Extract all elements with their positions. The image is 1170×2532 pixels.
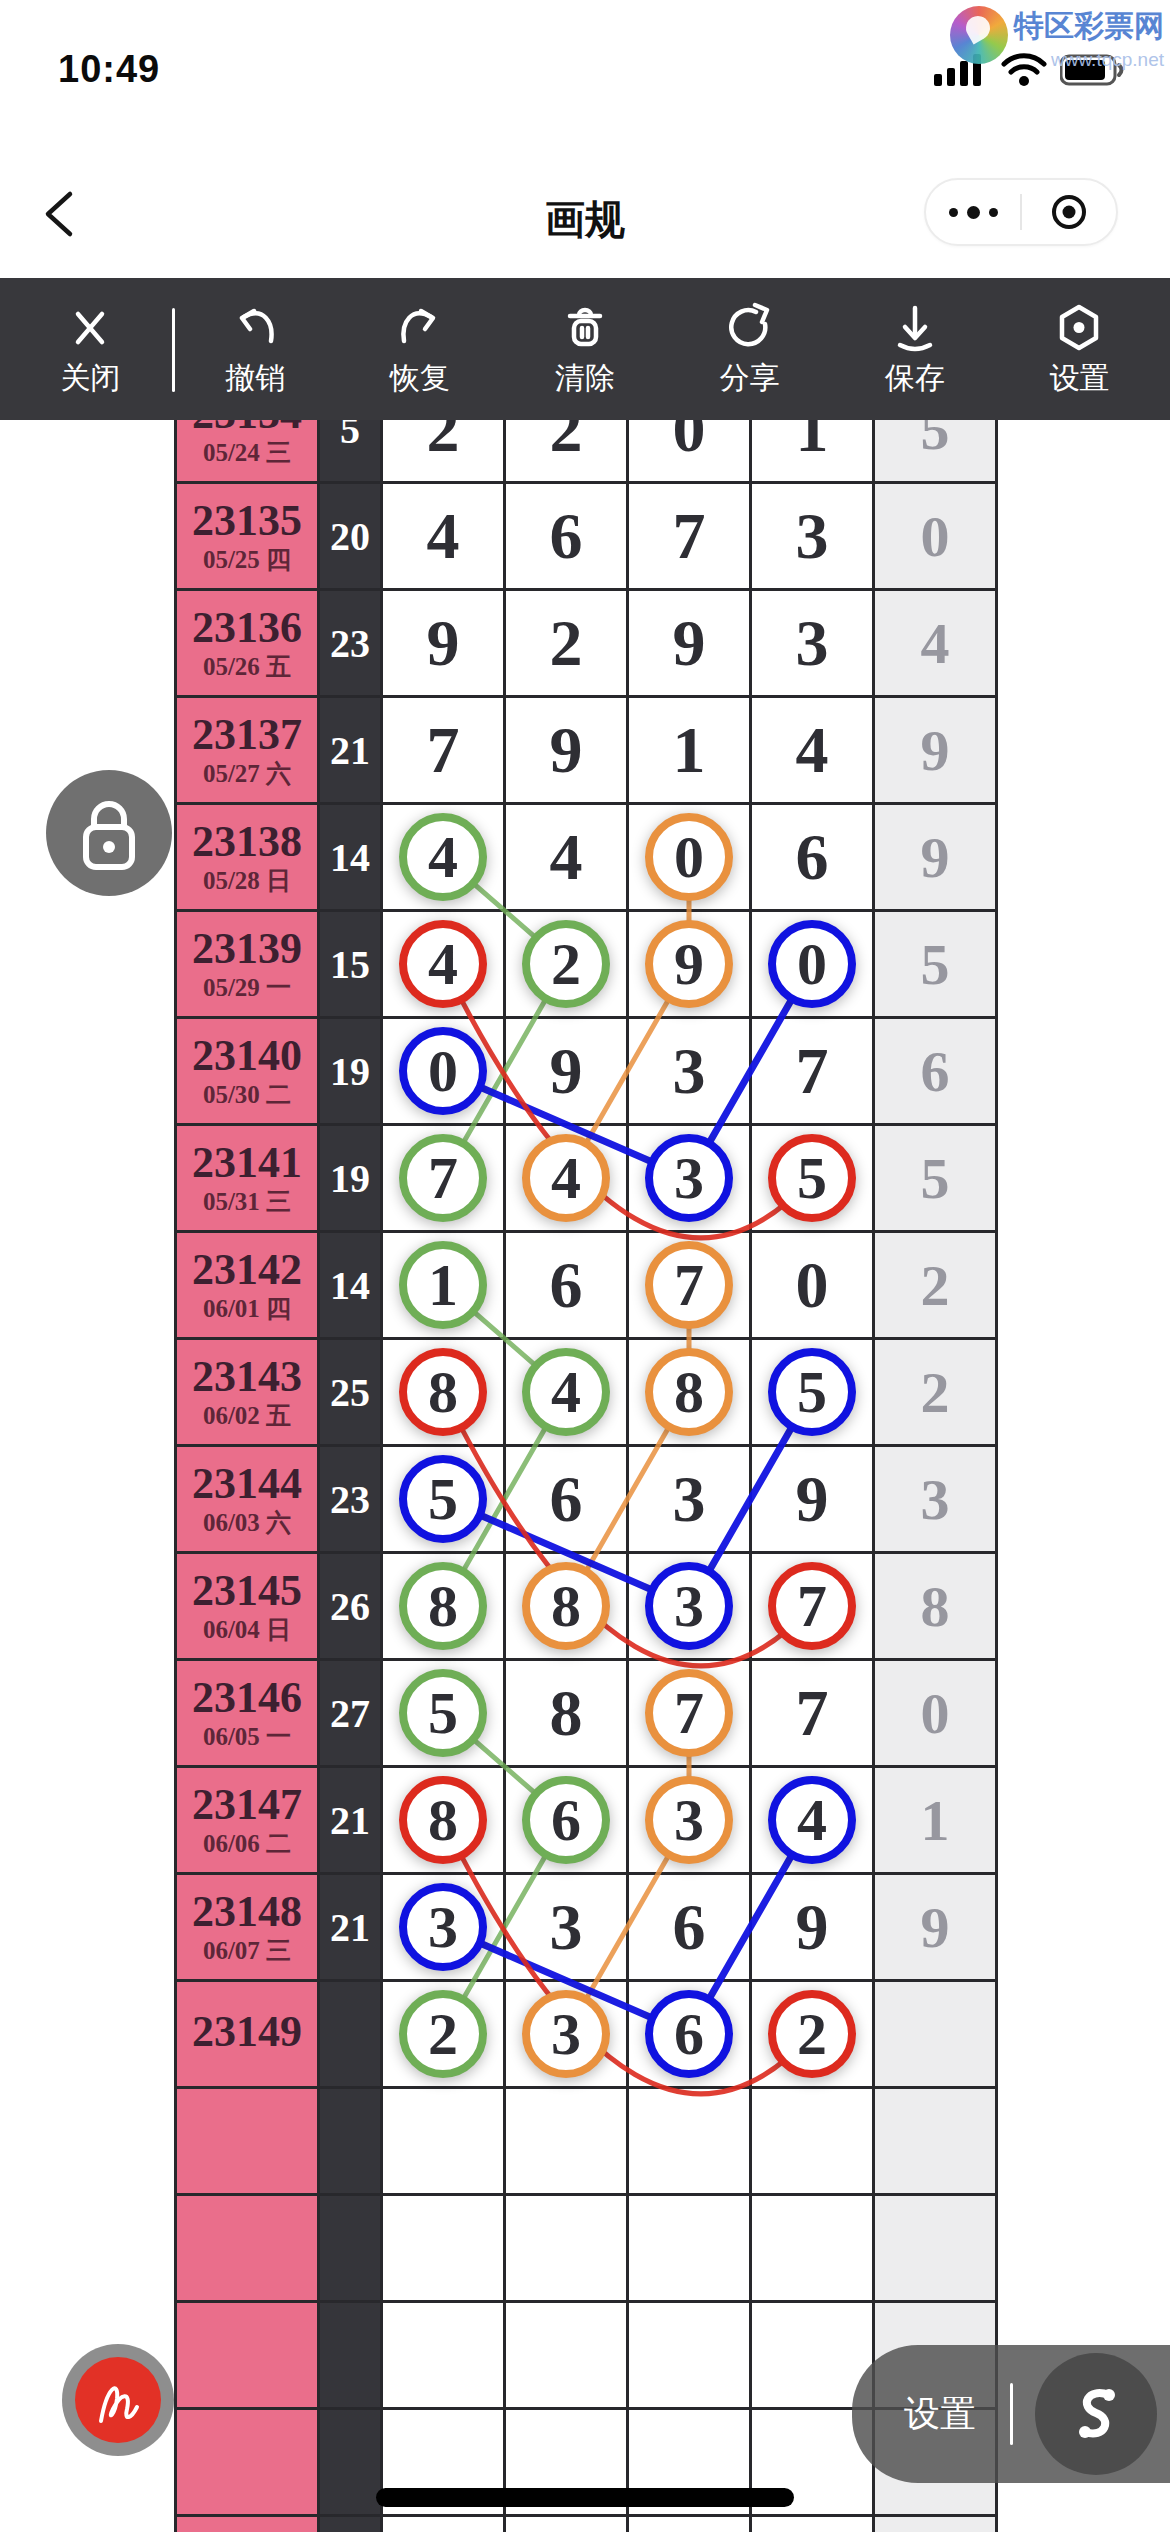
next-cell: [875, 1982, 995, 2086]
digit-cell[interactable]: 9: [506, 1019, 626, 1123]
green-circle-mark[interactable]: 6: [522, 1776, 610, 1864]
empty-issue-cell: [177, 2089, 317, 2193]
digit-cell[interactable]: 7: [629, 484, 749, 588]
green-circle-mark[interactable]: 2: [399, 1990, 487, 2078]
redo-button[interactable]: 恢复: [365, 300, 475, 399]
issue-cell-23145: 2314506/04 日: [177, 1554, 317, 1658]
orange-circle-mark[interactable]: 3: [522, 1990, 610, 2078]
sum-cell: 27: [320, 1661, 380, 1765]
empty-digit-cell[interactable]: [752, 2196, 872, 2300]
save-label: 保存: [885, 358, 945, 399]
share-icon: [722, 300, 778, 356]
green-circle-mark[interactable]: 1: [399, 1241, 487, 1329]
digit-cell[interactable]: 1: [383, 1233, 503, 1337]
red-circle-mark[interactable]: 4: [399, 920, 487, 1008]
issue-cell-23148: 2314806/07 三: [177, 1875, 317, 1979]
digit-cell[interactable]: 3: [506, 1982, 626, 2086]
toolbar-divider: [172, 308, 175, 392]
empty-digit-cell[interactable]: [506, 2517, 626, 2532]
empty-next-cell: [875, 2089, 995, 2193]
next-cell: 5: [875, 1126, 995, 1230]
digit-cell[interactable]: 6: [506, 1768, 626, 1872]
issue-date: 06/05 一: [203, 1724, 291, 1750]
empty-digit-cell[interactable]: [629, 2303, 749, 2407]
sum-cell: 25: [320, 1340, 380, 1444]
next-cell: 3: [875, 1447, 995, 1551]
issue-cell-23137: 2313705/27 六: [177, 698, 317, 802]
digit-cell[interactable]: 0: [752, 912, 872, 1016]
blue-circle-mark[interactable]: 5: [399, 1455, 487, 1543]
status-time: 10:49: [58, 48, 160, 91]
digit-cell[interactable]: 3: [752, 591, 872, 695]
undo-label: 撤销: [225, 358, 285, 399]
next-cell: 4: [875, 591, 995, 695]
digit-cell[interactable]: 7: [629, 1233, 749, 1337]
digit-cell[interactable]: 8: [506, 1554, 626, 1658]
empty-digit-cell[interactable]: [752, 2517, 872, 2532]
app-logo-button[interactable]: [1035, 2353, 1157, 2475]
redo-label: 恢复: [390, 358, 450, 399]
digit-cell[interactable]: 8: [383, 1768, 503, 1872]
empty-digit-cell[interactable]: [383, 2196, 503, 2300]
digit-cell[interactable]: 3: [506, 1875, 626, 1979]
blue-circle-mark[interactable]: 3: [645, 1134, 733, 1222]
digit-cell[interactable]: 3: [629, 1768, 749, 1872]
digit-cell[interactable]: 5: [383, 1447, 503, 1551]
digit-cell[interactable]: 4: [506, 805, 626, 909]
empty-issue-cell: [177, 2517, 317, 2532]
digit-cell[interactable]: 4: [383, 805, 503, 909]
issue-number: 23139: [192, 926, 302, 972]
blue-circle-mark[interactable]: 3: [645, 1562, 733, 1650]
digit-cell[interactable]: 3: [629, 1126, 749, 1230]
orange-circle-mark[interactable]: 8: [645, 1348, 733, 1436]
digit-cell[interactable]: 6: [629, 1982, 749, 2086]
digit-cell[interactable]: 4: [506, 1340, 626, 1444]
digit-cell[interactable]: 7: [752, 1661, 872, 1765]
issue-number: 23146: [192, 1675, 302, 1721]
sum-cell: 20: [320, 484, 380, 588]
clear-label: 清除: [555, 358, 615, 399]
sum-cell: 14: [320, 805, 380, 909]
next-cell: 1: [875, 1768, 995, 1872]
issue-date: 05/31 三: [203, 1189, 291, 1215]
issue-cell-23149: 23149: [177, 1982, 317, 2086]
undo-icon: [227, 300, 283, 356]
digit-cell[interactable]: 7: [383, 1126, 503, 1230]
digit-cell[interactable]: 8: [629, 1340, 749, 1444]
digit-cell[interactable]: 3: [752, 484, 872, 588]
orange-circle-mark[interactable]: 7: [645, 1241, 733, 1329]
digit-cell[interactable]: 2: [506, 912, 626, 1016]
s-logo-icon: [1061, 2379, 1131, 2449]
issue-number: 23140: [192, 1033, 302, 1079]
settings-icon: [1051, 300, 1107, 356]
save-icon: [887, 300, 943, 356]
blue-circle-mark[interactable]: 6: [645, 1990, 733, 2078]
empty-digit-cell[interactable]: [383, 2517, 503, 2532]
sum-cell: 14: [320, 1233, 380, 1337]
empty-digit-cell[interactable]: [506, 2196, 626, 2300]
site-url: www.tqcp.net: [1051, 49, 1164, 71]
sum-cell: 21: [320, 698, 380, 802]
issue-number: 23148: [192, 1889, 302, 1935]
issue-number: 23144: [192, 1461, 302, 1507]
issue-number: 23141: [192, 1140, 302, 1186]
issue-number: 23135: [192, 498, 302, 544]
next-cell: 0: [875, 1661, 995, 1765]
issue-cell-23138: 2313805/28 日: [177, 805, 317, 909]
settings-button[interactable]: 设置: [1024, 300, 1134, 399]
empty-digit-cell[interactable]: [629, 2089, 749, 2193]
digit-cell[interactable]: 5: [383, 1661, 503, 1765]
digit-cell[interactable]: 2: [383, 1982, 503, 2086]
blue-circle-mark[interactable]: 3: [399, 1883, 487, 1971]
bottom-settings-button[interactable]: 设置: [904, 2390, 976, 2439]
issue-date: 05/28 日: [203, 868, 291, 894]
empty-sum-cell: [320, 2196, 380, 2300]
digit-cell[interactable]: 7: [383, 698, 503, 802]
issue-number: 23136: [192, 605, 302, 651]
digit-cell[interactable]: 9: [752, 1875, 872, 1979]
digit-cell[interactable]: 8: [506, 1661, 626, 1765]
issue-number: 23147: [192, 1782, 302, 1828]
sum-cell: 23: [320, 591, 380, 695]
red-circle-mark[interactable]: 5: [768, 1134, 856, 1222]
next-cell: 6: [875, 1019, 995, 1123]
issue-date: 05/25 四: [203, 547, 291, 573]
issue-date: 06/02 五: [203, 1403, 291, 1429]
issue-date: 06/01 四: [203, 1296, 291, 1322]
miniprogram-capsule: [924, 178, 1118, 246]
digit-cell[interactable]: 6: [506, 1233, 626, 1337]
empty-issue-cell: [177, 2303, 317, 2407]
digit-cell[interactable]: 3: [629, 1019, 749, 1123]
digit-cell[interactable]: 9: [629, 912, 749, 1016]
issue-number: 23143: [192, 1354, 302, 1400]
share-label: 分享: [720, 358, 780, 399]
green-circle-mark[interactable]: 7: [399, 1134, 487, 1222]
issue-date: 05/24 三: [203, 440, 291, 466]
orange-circle-mark[interactable]: 9: [645, 920, 733, 1008]
orange-circle-mark[interactable]: 7: [645, 1669, 733, 1757]
orange-circle-mark[interactable]: 3: [645, 1776, 733, 1864]
blue-circle-mark[interactable]: 0: [768, 920, 856, 1008]
digit-cell[interactable]: 9: [629, 591, 749, 695]
blue-circle-mark[interactable]: 0: [399, 1027, 487, 1115]
digit-cell[interactable]: 2: [752, 1982, 872, 2086]
orange-circle-mark[interactable]: 0: [645, 813, 733, 901]
empty-digit-cell[interactable]: [629, 2196, 749, 2300]
target-circle-icon: [1047, 190, 1091, 234]
digit-cell[interactable]: 7: [629, 1661, 749, 1765]
save-button[interactable]: 保存: [860, 300, 970, 399]
green-circle-mark[interactable]: 8: [399, 1562, 487, 1650]
lock-icon: [72, 793, 146, 873]
site-name: 特区彩票网: [1014, 6, 1164, 47]
pen-button-inner: [75, 2357, 161, 2443]
issue-cell-23136: 2313605/26 五: [177, 591, 317, 695]
issue-date: 06/03 六: [203, 1510, 291, 1536]
issue-date: 05/29 一: [203, 975, 291, 1001]
issue-date: 05/30 二: [203, 1082, 291, 1108]
sum-cell: [320, 1982, 380, 2086]
issue-number: 23145: [192, 1568, 302, 1614]
red-circle-mark[interactable]: 7: [768, 1562, 856, 1650]
digit-cell[interactable]: 7: [752, 1019, 872, 1123]
issue-number: 23137: [192, 712, 302, 758]
red-circle-mark[interactable]: 8: [399, 1776, 487, 1864]
red-circle-mark[interactable]: 8: [399, 1348, 487, 1436]
issue-cell-23139: 2313905/29 一: [177, 912, 317, 1016]
site-watermark: 特区彩票网 www.tqcp.net: [950, 6, 1164, 71]
digit-cell[interactable]: 6: [506, 1447, 626, 1551]
empty-sum-cell: [320, 2303, 380, 2407]
issue-number: 23149: [192, 2009, 302, 2055]
digit-cell[interactable]: 4: [506, 1126, 626, 1230]
next-cell: 2: [875, 1233, 995, 1337]
issue-date: 05/26 五: [203, 654, 291, 680]
next-cell: 9: [875, 805, 995, 909]
clear-button[interactable]: 清除: [530, 300, 640, 399]
issue-cell-23135: 2313505/25 四: [177, 484, 317, 588]
issue-date: 06/06 二: [203, 1831, 291, 1857]
minimize-button[interactable]: [1022, 180, 1116, 244]
digit-cell[interactable]: 7: [752, 1554, 872, 1658]
orange-circle-mark[interactable]: 4: [522, 1134, 610, 1222]
empty-sum-cell: [320, 2517, 380, 2532]
digit-cell[interactable]: 3: [383, 1875, 503, 1979]
next-cell: 2: [875, 1340, 995, 1444]
digit-cell[interactable]: 6: [752, 805, 872, 909]
green-circle-mark[interactable]: 4: [399, 813, 487, 901]
digit-cell[interactable]: 3: [629, 1447, 749, 1551]
digit-cell[interactable]: 5: [752, 1340, 872, 1444]
sum-cell: 15: [320, 912, 380, 1016]
issue-cell-23144: 2314406/03 六: [177, 1447, 317, 1551]
digit-cell[interactable]: 5: [752, 1126, 872, 1230]
issue-cell-23143: 2314306/02 五: [177, 1340, 317, 1444]
issue-date: 06/04 日: [203, 1617, 291, 1643]
pill-divider: [1010, 2383, 1013, 2445]
sum-cell: 21: [320, 1768, 380, 1872]
undo-button[interactable]: 撤销: [200, 300, 310, 399]
issue-cell-23141: 2314105/31 三: [177, 1126, 317, 1230]
digit-cell[interactable]: 0: [752, 1233, 872, 1337]
draw-pen-button[interactable]: [62, 2344, 174, 2456]
blue-circle-mark[interactable]: 4: [768, 1776, 856, 1864]
more-button[interactable]: [926, 180, 1020, 244]
digit-cell[interactable]: 8: [383, 1340, 503, 1444]
clear-icon: [557, 300, 613, 356]
digit-cell[interactable]: 4: [383, 912, 503, 1016]
empty-digit-cell[interactable]: [752, 2089, 872, 2193]
issue-number: 23142: [192, 1247, 302, 1293]
sum-cell: 23: [320, 1447, 380, 1551]
signature-pen-icon: [87, 2369, 149, 2431]
digit-cell[interactable]: 0: [383, 1019, 503, 1123]
lock-scroll-button[interactable]: [46, 770, 172, 896]
three-dots-icon: [949, 206, 998, 219]
next-cell: 9: [875, 698, 995, 802]
digit-cell[interactable]: 4: [752, 1768, 872, 1872]
next-cell: 0: [875, 484, 995, 588]
digit-cell[interactable]: 1: [629, 698, 749, 802]
issue-cell-23142: 2314206/01 四: [177, 1233, 317, 1337]
green-circle-mark[interactable]: 5: [399, 1669, 487, 1757]
digit-cell[interactable]: 6: [506, 484, 626, 588]
empty-next-cell: [875, 2196, 995, 2300]
empty-digit-cell[interactable]: [629, 2517, 749, 2532]
empty-next-cell: [875, 2517, 995, 2532]
next-cell: 9: [875, 1875, 995, 1979]
sum-cell: 26: [320, 1554, 380, 1658]
digit-cell[interactable]: 4: [383, 484, 503, 588]
green-circle-mark[interactable]: 4: [522, 1348, 610, 1436]
issue-date: 06/07 三: [203, 1938, 291, 1964]
orange-circle-mark[interactable]: 8: [522, 1562, 610, 1650]
issue-date: 05/27 六: [203, 761, 291, 787]
empty-issue-cell: [177, 2410, 317, 2514]
empty-sum-cell: [320, 2410, 380, 2514]
empty-digit-cell[interactable]: [506, 2303, 626, 2407]
next-cell: 8: [875, 1554, 995, 1658]
green-circle-mark[interactable]: 2: [522, 920, 610, 1008]
digit-cell[interactable]: 3: [629, 1554, 749, 1658]
settings-label: 设置: [1049, 358, 1109, 399]
red-circle-mark[interactable]: 2: [768, 1990, 856, 2078]
issue-cell-23140: 2314005/30 二: [177, 1019, 317, 1123]
empty-digit-cell[interactable]: [383, 2303, 503, 2407]
issue-cell-23146: 2314606/05 一: [177, 1661, 317, 1765]
close-label: 关闭: [60, 358, 120, 399]
redo-icon: [392, 300, 448, 356]
bottom-settings-pill: 设置: [852, 2345, 1170, 2483]
issue-cell-23147: 2314706/06 二: [177, 1768, 317, 1872]
empty-sum-cell: [320, 2089, 380, 2193]
digit-cell[interactable]: 0: [629, 805, 749, 909]
share-button[interactable]: 分享: [695, 300, 805, 399]
sum-cell: 19: [320, 1126, 380, 1230]
empty-digit-cell[interactable]: [506, 2089, 626, 2193]
next-cell: 5: [875, 912, 995, 1016]
trend-chart-grid: 2313405/24 三5220152313505/25 四2046730231…: [174, 374, 998, 2532]
digit-cell[interactable]: 9: [506, 698, 626, 802]
digit-cell[interactable]: 2: [506, 591, 626, 695]
digit-cell[interactable]: 9: [383, 591, 503, 695]
digit-cell[interactable]: 4: [752, 698, 872, 802]
close-button[interactable]: 关闭: [35, 300, 145, 399]
close-icon: [62, 300, 118, 356]
digit-cell[interactable]: 6: [629, 1875, 749, 1979]
empty-digit-cell[interactable]: [383, 2089, 503, 2193]
blue-circle-mark[interactable]: 5: [768, 1348, 856, 1436]
empty-issue-cell: [177, 2196, 317, 2300]
digit-cell[interactable]: 8: [383, 1554, 503, 1658]
issue-number: 23138: [192, 819, 302, 865]
digit-cell[interactable]: 9: [752, 1447, 872, 1551]
sum-cell: 19: [320, 1019, 380, 1123]
site-logo-icon: [950, 6, 1008, 64]
home-indicator[interactable]: [376, 2488, 794, 2507]
drawing-toolbar: 关闭撤销恢复清除分享保存设置: [0, 278, 1170, 420]
sum-cell: 21: [320, 1875, 380, 1979]
